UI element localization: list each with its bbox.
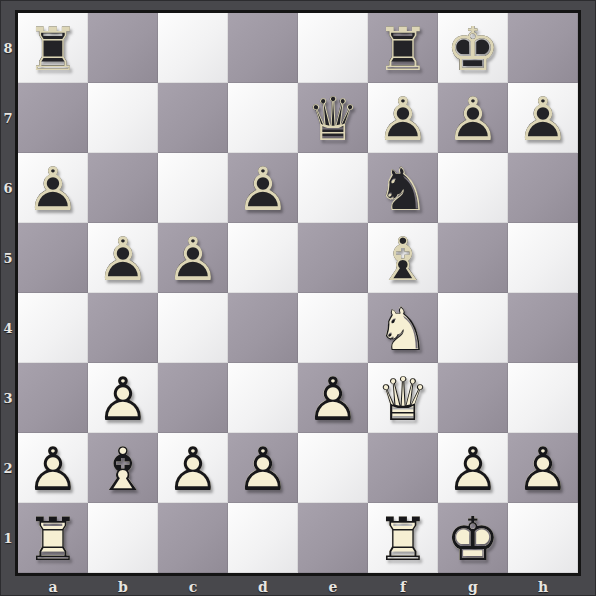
black-rook-outline-glyph: ♖ xyxy=(368,13,438,83)
square-f3[interactable]: ♛♕ xyxy=(368,363,438,433)
square-g2[interactable]: ♟♙ xyxy=(438,433,508,503)
square-c5[interactable]: ♟♙ xyxy=(158,223,228,293)
square-a3[interactable] xyxy=(18,363,88,433)
square-h1[interactable] xyxy=(508,503,578,573)
square-h7[interactable]: ♟♙ xyxy=(508,83,578,153)
square-h5[interactable] xyxy=(508,223,578,293)
square-g5[interactable] xyxy=(438,223,508,293)
square-d1[interactable] xyxy=(228,503,298,573)
board-grid: ♜♖♜♖♚♔♛♕♟♙♟♙♟♙♟♙♟♙♞♘♟♙♟♙♝♗♞♘♟♙♟♙♛♕♟♙♝♗♟♙… xyxy=(18,13,578,573)
square-e8[interactable] xyxy=(298,13,368,83)
black-knight-outline-glyph: ♘ xyxy=(368,153,438,223)
square-b2[interactable]: ♝♗ xyxy=(88,433,158,503)
black-king-outline-glyph: ♔ xyxy=(438,13,508,83)
white-knight-outline-glyph: ♘ xyxy=(368,293,438,363)
square-b5[interactable]: ♟♙ xyxy=(88,223,158,293)
piece-white-pawn[interactable]: ♟♙ xyxy=(18,433,88,503)
black-pawn-outline-glyph: ♙ xyxy=(158,223,228,293)
piece-white-king[interactable]: ♚♔ xyxy=(438,503,508,573)
file-label-d: d xyxy=(228,577,298,596)
piece-white-pawn[interactable]: ♟♙ xyxy=(508,433,578,503)
square-c1[interactable] xyxy=(158,503,228,573)
piece-white-pawn[interactable]: ♟♙ xyxy=(158,433,228,503)
square-c6[interactable] xyxy=(158,153,228,223)
rank-label-7: 7 xyxy=(1,83,15,153)
square-a4[interactable] xyxy=(18,293,88,363)
black-pawn-outline-glyph: ♙ xyxy=(18,153,88,223)
square-e4[interactable] xyxy=(298,293,368,363)
rank-label-5: 5 xyxy=(1,223,15,293)
piece-black-king[interactable]: ♚♔ xyxy=(438,13,508,83)
piece-white-pawn[interactable]: ♟♙ xyxy=(88,363,158,433)
square-a6[interactable]: ♟♙ xyxy=(18,153,88,223)
square-f4[interactable]: ♞♘ xyxy=(368,293,438,363)
square-g4[interactable] xyxy=(438,293,508,363)
black-pawn-outline-glyph: ♙ xyxy=(438,83,508,153)
white-pawn-outline-glyph: ♙ xyxy=(298,363,368,433)
black-rook-outline-glyph: ♖ xyxy=(18,13,88,83)
piece-black-bishop[interactable]: ♝♗ xyxy=(368,223,438,293)
piece-black-rook[interactable]: ♜♖ xyxy=(18,13,88,83)
rank-label-4: 4 xyxy=(1,293,15,363)
white-pawn-outline-glyph: ♙ xyxy=(228,433,298,503)
square-d6[interactable]: ♟♙ xyxy=(228,153,298,223)
square-f2[interactable] xyxy=(368,433,438,503)
piece-black-pawn[interactable]: ♟♙ xyxy=(438,83,508,153)
square-f7[interactable]: ♟♙ xyxy=(368,83,438,153)
white-pawn-outline-glyph: ♙ xyxy=(438,433,508,503)
file-label-a: a xyxy=(18,577,88,596)
rank-label-6: 6 xyxy=(1,153,15,223)
white-pawn-outline-glyph: ♙ xyxy=(88,363,158,433)
piece-white-pawn[interactable]: ♟♙ xyxy=(298,363,368,433)
square-g6[interactable] xyxy=(438,153,508,223)
square-f5[interactable]: ♝♗ xyxy=(368,223,438,293)
square-g8[interactable]: ♚♔ xyxy=(438,13,508,83)
file-label-g: g xyxy=(438,577,508,596)
file-label-h: h xyxy=(508,577,578,596)
square-c3[interactable] xyxy=(158,363,228,433)
white-pawn-outline-glyph: ♙ xyxy=(158,433,228,503)
white-bishop-outline-glyph: ♗ xyxy=(88,433,158,503)
square-d4[interactable] xyxy=(228,293,298,363)
square-b4[interactable] xyxy=(88,293,158,363)
piece-white-bishop[interactable]: ♝♗ xyxy=(88,433,158,503)
piece-black-knight[interactable]: ♞♘ xyxy=(368,153,438,223)
piece-white-knight[interactable]: ♞♘ xyxy=(368,293,438,363)
square-c7[interactable] xyxy=(158,83,228,153)
square-d3[interactable] xyxy=(228,363,298,433)
square-f8[interactable]: ♜♖ xyxy=(368,13,438,83)
square-a7[interactable] xyxy=(18,83,88,153)
piece-black-rook[interactable]: ♜♖ xyxy=(368,13,438,83)
square-b8[interactable] xyxy=(88,13,158,83)
square-a2[interactable]: ♟♙ xyxy=(18,433,88,503)
white-rook-outline-glyph: ♖ xyxy=(18,503,88,573)
file-label-c: c xyxy=(158,577,228,596)
piece-black-pawn[interactable]: ♟♙ xyxy=(508,83,578,153)
black-pawn-outline-glyph: ♙ xyxy=(368,83,438,153)
square-f1[interactable]: ♜♖ xyxy=(368,503,438,573)
square-b1[interactable] xyxy=(88,503,158,573)
black-bishop-outline-glyph: ♗ xyxy=(368,223,438,293)
piece-white-rook[interactable]: ♜♖ xyxy=(368,503,438,573)
board-border: ♜♖♜♖♚♔♛♕♟♙♟♙♟♙♟♙♟♙♞♘♟♙♟♙♝♗♞♘♟♙♟♙♛♕♟♙♝♗♟♙… xyxy=(15,10,581,576)
square-e7[interactable]: ♛♕ xyxy=(298,83,368,153)
black-pawn-outline-glyph: ♙ xyxy=(508,83,578,153)
rank-label-8: 8 xyxy=(1,13,15,83)
square-c2[interactable]: ♟♙ xyxy=(158,433,228,503)
square-h4[interactable] xyxy=(508,293,578,363)
file-label-e: e xyxy=(298,577,368,596)
square-c8[interactable] xyxy=(158,13,228,83)
rank-labels: 87654321 xyxy=(1,13,15,573)
square-c4[interactable] xyxy=(158,293,228,363)
piece-black-pawn[interactable]: ♟♙ xyxy=(368,83,438,153)
piece-white-pawn[interactable]: ♟♙ xyxy=(228,433,298,503)
square-h8[interactable] xyxy=(508,13,578,83)
rank-label-1: 1 xyxy=(1,503,15,573)
square-a8[interactable]: ♜♖ xyxy=(18,13,88,83)
rank-label-2: 2 xyxy=(1,433,15,503)
piece-white-rook[interactable]: ♜♖ xyxy=(18,503,88,573)
square-h2[interactable]: ♟♙ xyxy=(508,433,578,503)
piece-black-pawn[interactable]: ♟♙ xyxy=(88,223,158,293)
square-h6[interactable] xyxy=(508,153,578,223)
square-g1[interactable]: ♚♔ xyxy=(438,503,508,573)
piece-white-queen[interactable]: ♛♕ xyxy=(368,363,438,433)
black-pawn-outline-glyph: ♙ xyxy=(88,223,158,293)
white-queen-outline-glyph: ♕ xyxy=(368,363,438,433)
square-h3[interactable] xyxy=(508,363,578,433)
black-queen-outline-glyph: ♕ xyxy=(298,83,368,153)
square-a5[interactable] xyxy=(18,223,88,293)
file-label-b: b xyxy=(88,577,158,596)
square-e2[interactable] xyxy=(298,433,368,503)
square-d7[interactable] xyxy=(228,83,298,153)
square-b6[interactable] xyxy=(88,153,158,223)
piece-black-pawn[interactable]: ♟♙ xyxy=(158,223,228,293)
square-f6[interactable]: ♞♘ xyxy=(368,153,438,223)
square-b7[interactable] xyxy=(88,83,158,153)
square-g7[interactable]: ♟♙ xyxy=(438,83,508,153)
square-d2[interactable]: ♟♙ xyxy=(228,433,298,503)
white-rook-outline-glyph: ♖ xyxy=(368,503,438,573)
white-king-outline-glyph: ♔ xyxy=(438,503,508,573)
file-labels: abcdefgh xyxy=(18,577,578,596)
square-e6[interactable] xyxy=(298,153,368,223)
piece-black-pawn[interactable]: ♟♙ xyxy=(228,153,298,223)
square-e1[interactable] xyxy=(298,503,368,573)
square-e3[interactable]: ♟♙ xyxy=(298,363,368,433)
white-pawn-outline-glyph: ♙ xyxy=(508,433,578,503)
piece-black-queen[interactable]: ♛♕ xyxy=(298,83,368,153)
black-pawn-outline-glyph: ♙ xyxy=(228,153,298,223)
piece-black-pawn[interactable]: ♟♙ xyxy=(18,153,88,223)
rank-label-3: 3 xyxy=(1,363,15,433)
file-label-f: f xyxy=(368,577,438,596)
square-g3[interactable] xyxy=(438,363,508,433)
square-a1[interactable]: ♜♖ xyxy=(18,503,88,573)
piece-white-pawn[interactable]: ♟♙ xyxy=(438,433,508,503)
square-d5[interactable] xyxy=(228,223,298,293)
white-pawn-outline-glyph: ♙ xyxy=(18,433,88,503)
square-d8[interactable] xyxy=(228,13,298,83)
square-e5[interactable] xyxy=(298,223,368,293)
board-frame: 87654321 ♜♖♜♖♚♔♛♕♟♙♟♙♟♙♟♙♟♙♞♘♟♙♟♙♝♗♞♘♟♙♟… xyxy=(0,0,596,596)
square-b3[interactable]: ♟♙ xyxy=(88,363,158,433)
